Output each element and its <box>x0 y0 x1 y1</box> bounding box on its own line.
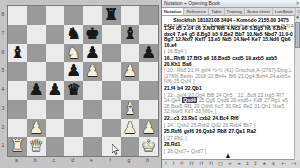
file-label-e: e <box>82 157 101 163</box>
square-a4[interactable] <box>8 81 27 100</box>
square-b8[interactable] <box>27 6 46 25</box>
move-text[interactable]: 28.Rd1 <box>164 141 180 147</box>
annotation-button[interactable]: ∓ <box>272 160 276 168</box>
square-d2[interactable] <box>64 119 83 138</box>
white-knight[interactable]: ♞ <box>64 44 83 63</box>
black-pawn[interactable]: ♟ <box>64 62 83 81</box>
square-h8[interactable] <box>139 6 158 25</box>
square-a6[interactable]: ♝ <box>8 44 27 63</box>
scrollbar[interactable]: ▲ <box>294 14 300 160</box>
panel-tab-bar: NotationReferenceTableTrainingScore shee… <box>162 8 300 16</box>
square-c4[interactable]: ♟ <box>46 81 65 100</box>
annotation-button[interactable]: ? <box>172 160 174 168</box>
variation-moves[interactable]: [ 22...gxf4 23.Qg4 Bf8 24.Qh5 ; 22...Bc8… <box>164 93 294 115</box>
black-knight[interactable]: ♞ <box>64 25 83 44</box>
file-label-d: d <box>63 157 82 163</box>
file-label-a: a <box>7 157 26 163</box>
black-pawn[interactable]: ♟ <box>139 44 158 63</box>
black-pawn[interactable]: ♟ <box>27 81 46 100</box>
chess-board[interactable]: ♜♞♚♝♝♞♟♟♟♟♟♟♟♛♝♟♟♟♜♛♚ <box>7 5 159 157</box>
mainline-moves[interactable]: 1.d4 d5 2.c4 c6 3.Nf3 Nf6 4.Nc3 e6 5.Bg5… <box>164 26 294 48</box>
white-pawn[interactable]: ♟ <box>27 119 46 138</box>
black-bishop[interactable]: ♝ <box>121 25 140 44</box>
square-e8[interactable] <box>83 6 102 25</box>
square-a7[interactable] <box>8 25 27 44</box>
scroll-up-icon[interactable]: ▲ <box>295 14 300 20</box>
square-d3[interactable] <box>64 100 83 119</box>
annotation-button[interactable]: !! <box>180 160 184 168</box>
square-b1[interactable]: ♛ <box>27 137 46 156</box>
move-text[interactable]: [ 20...Rb8 21.f4 gxf4 ½-½ (41) Grischuk,… <box>164 67 292 84</box>
rank-label-2: 2 <box>0 118 6 137</box>
move-text[interactable]: [ 27.Rb1 ] <box>164 135 187 141</box>
move-text[interactable]: 1.d4 d5 2.c4 c6 3.Nf3 Nf6 4.Nc3 e6 5.Bg5… <box>164 26 293 48</box>
mouse-cursor-icon <box>112 144 120 155</box>
square-e6[interactable]: ♟ <box>83 44 102 63</box>
square-f7[interactable] <box>102 25 121 44</box>
file-label-c: c <box>45 157 64 163</box>
annotation-button[interactable]: !? <box>199 160 203 168</box>
annotation-toolbar: !?!!??!??!□∞=⩲⩱±∓+--+ <box>162 159 300 168</box>
square-d7[interactable]: ♞ <box>64 25 83 44</box>
square-a2[interactable] <box>8 119 27 138</box>
move-text[interactable]: 25.Rxf6 gxf6 26.Qxb2 Rb8 27.Qa1 Ra2 <box>164 128 256 134</box>
square-b3[interactable] <box>27 100 46 119</box>
move-text[interactable]: [ 16.Bg4 ] <box>164 48 186 54</box>
square-d5[interactable]: ♟ <box>64 62 83 81</box>
panel-title: Notation + Opening Book <box>164 0 220 6</box>
variation-moves[interactable]: [ 27.Rb1 ] <box>164 136 294 142</box>
scrollbar-thumb[interactable] <box>295 22 300 48</box>
square-b2[interactable]: ♟ <box>27 119 46 138</box>
square-c1[interactable] <box>46 137 65 156</box>
square-g8[interactable] <box>121 6 140 25</box>
square-f6[interactable] <box>102 44 121 63</box>
tab-livebook[interactable]: LiveBook <box>273 8 296 15</box>
white-rook[interactable]: ♜ <box>8 137 27 156</box>
square-c5[interactable] <box>46 62 65 81</box>
black-queen[interactable]: ♛ <box>64 81 83 100</box>
mainline-moves[interactable]: 16...Rhf8 17.Bf3 a6 18.Bxd5 cxd5 19.axb5… <box>164 56 294 67</box>
annotation-button[interactable]: = <box>237 160 241 168</box>
move-text[interactable]: [ 24...Qxb2 25.Rxb2 Qd2 26.Rxb4 Bb7 ] <box>164 122 255 128</box>
square-h7[interactable] <box>139 25 158 44</box>
annotation-button[interactable]: ?! <box>209 160 213 168</box>
square-h2[interactable]: ♟ <box>139 119 158 138</box>
square-f2[interactable] <box>102 119 121 138</box>
file-label-g: g <box>120 157 139 163</box>
panel-title-bar[interactable]: Notation + Opening Book × <box>162 0 300 8</box>
file-label-h: h <box>138 157 157 163</box>
variation-moves[interactable]: [ 20...Rb8 21.f4 gxf4 ½-½ (41) Grischuk,… <box>164 68 294 85</box>
annotation-button[interactable]: +- <box>281 160 286 168</box>
annotation-button[interactable]: ⩱ <box>254 160 257 168</box>
square-d4[interactable]: ♛ <box>64 81 83 100</box>
square-g2[interactable]: ♟ <box>121 119 140 138</box>
white-king[interactable]: ♚ <box>139 137 158 156</box>
rank-label-7: 7 <box>0 24 6 43</box>
white-pawn[interactable]: ♟ <box>139 119 158 138</box>
annotation-button[interactable]: ∞ <box>228 160 232 168</box>
square-h6[interactable]: ♟ <box>139 44 158 63</box>
black-pawn[interactable]: ♟ <box>46 81 65 100</box>
tab-table[interactable]: Table <box>209 8 224 15</box>
move-list[interactable]: 1.d4 d5 2.c4 c6 3.Nf3 Nf6 4.Nc3 e6 5.Bg5… <box>164 26 294 155</box>
square-a5[interactable] <box>8 62 27 81</box>
square-e2[interactable] <box>83 119 102 138</box>
annotation-button[interactable]: ± <box>262 160 266 168</box>
rank-label-5: 5 <box>0 61 6 80</box>
white-queen[interactable]: ♛ <box>27 137 46 156</box>
square-g6[interactable] <box>121 44 140 63</box>
square-b5[interactable] <box>27 62 46 81</box>
square-h1[interactable]: ♚ <box>139 137 158 156</box>
square-c6[interactable] <box>46 44 65 63</box>
square-g1[interactable] <box>121 137 140 156</box>
white-pawn[interactable]: ♟ <box>83 62 102 81</box>
white-pawn[interactable]: ♟ <box>121 119 140 138</box>
square-c8[interactable] <box>46 6 65 25</box>
square-c7[interactable] <box>46 25 65 44</box>
black-pawn[interactable]: ♟ <box>83 44 102 63</box>
square-b7[interactable] <box>27 25 46 44</box>
square-b4[interactable]: ♟ <box>27 81 46 100</box>
square-a8[interactable] <box>8 6 27 25</box>
black-rook[interactable]: ♜ <box>102 6 121 25</box>
tab-training[interactable]: Training <box>225 8 245 15</box>
file-label-f: f <box>101 157 120 163</box>
move-text[interactable]: 21.f4 b4 22.Qb1 <box>164 85 202 91</box>
square-b6[interactable] <box>27 44 46 63</box>
square-d6[interactable]: ♞ <box>64 44 83 63</box>
black-king[interactable]: ♚ <box>83 25 102 44</box>
annotation-button[interactable]: ?? <box>189 160 194 168</box>
rank-label-8: 8 <box>0 5 6 24</box>
annotation-button[interactable]: ! <box>165 160 167 168</box>
white-bishop[interactable]: ♝ <box>121 100 140 119</box>
white-pawn[interactable]: ♟ <box>121 62 140 81</box>
square-e5[interactable]: ♟ <box>83 62 102 81</box>
rank-label-4: 4 <box>0 80 6 99</box>
annotation-button[interactable]: -+ <box>292 160 297 168</box>
square-e4[interactable] <box>83 81 102 100</box>
square-e1[interactable] <box>83 137 102 156</box>
square-g3[interactable]: ♝ <box>121 100 140 119</box>
tab-reference[interactable]: Reference <box>184 8 209 15</box>
rank-label-3: 3 <box>0 99 6 118</box>
square-f3[interactable] <box>102 100 121 119</box>
square-h4[interactable] <box>139 81 158 100</box>
rank-label-1: 1 <box>0 136 6 155</box>
annotation-button[interactable]: □ <box>218 160 222 168</box>
board-panel: ♜♞♚♝♝♞♟♟♟♟♟♟♟♛♝♟♟♟♜♛♚ 87654321 abcdefgh <box>0 0 161 168</box>
move-text[interactable]: 22...c3 23.Re1 cxb2 24.Bc4 Rf6 <box>164 115 239 121</box>
square-g7[interactable]: ♝ <box>121 25 140 44</box>
square-c2[interactable] <box>46 119 65 138</box>
square-a3[interactable] <box>8 100 27 119</box>
square-a1[interactable]: ♜ <box>8 137 27 156</box>
square-f4[interactable] <box>102 81 121 100</box>
rank-label-6: 6 <box>0 43 6 62</box>
square-g4[interactable] <box>121 81 140 100</box>
square-e7[interactable]: ♚ <box>83 25 102 44</box>
square-h3[interactable] <box>139 100 158 119</box>
black-bishop[interactable]: ♝ <box>8 44 27 63</box>
tab-notation[interactable]: Notation <box>162 8 184 15</box>
notation-panel: Notation + Opening Book × NotationRefere… <box>161 0 300 168</box>
close-icon[interactable]: × <box>296 0 299 7</box>
square-e3[interactable] <box>83 100 102 119</box>
square-f8[interactable]: ♜ <box>102 6 121 25</box>
square-h5[interactable] <box>139 62 158 81</box>
square-f5[interactable] <box>102 62 121 81</box>
annotation-button[interactable]: ⩲ <box>246 160 249 168</box>
square-d8[interactable] <box>64 6 83 25</box>
square-c3[interactable] <box>46 100 65 119</box>
square-g5[interactable]: ♟ <box>121 62 140 81</box>
move-text[interactable]: 16...Rhf8 17.Bf3 a6 18.Bxd5 cxd5 19.axb5… <box>164 55 277 67</box>
square-d1[interactable] <box>64 137 83 156</box>
file-label-b: b <box>26 157 45 163</box>
tab-score-sheet[interactable]: Score sheet <box>245 8 273 15</box>
